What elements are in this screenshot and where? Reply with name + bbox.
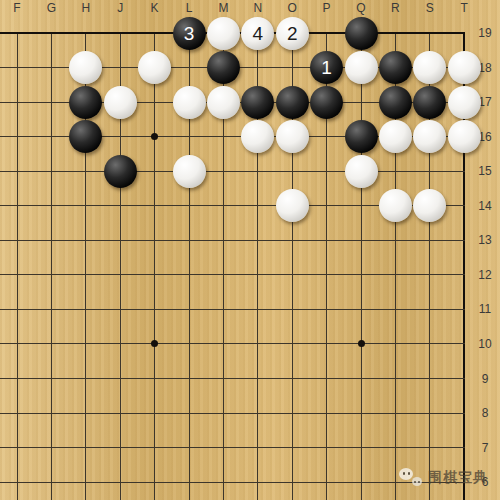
stone-black-H17[interactable]: [69, 86, 102, 119]
stone-white-O16[interactable]: [276, 120, 309, 153]
stone-black-S17[interactable]: [413, 86, 446, 119]
col-label-F: F: [8, 1, 26, 15]
col-label-G: G: [42, 1, 60, 15]
stone-white-S16[interactable]: [413, 120, 446, 153]
row-label-13: 13: [474, 233, 496, 247]
grid-line-row-15: [0, 171, 465, 172]
watermark: 围棋宝典: [399, 468, 488, 487]
stone-white-S14[interactable]: [413, 189, 446, 222]
stone-white-S18[interactable]: [413, 51, 446, 84]
stone-black-H16[interactable]: [69, 120, 102, 153]
stone-white-O19[interactable]: 2: [276, 17, 309, 50]
stone-black-J15[interactable]: [104, 155, 137, 188]
move-number-2: 2: [287, 24, 298, 43]
row-label-7: 7: [474, 441, 496, 455]
col-label-J: J: [111, 1, 129, 15]
grid-line-row-7: [0, 447, 465, 448]
grid-line-row-13: [0, 240, 465, 241]
grid-line-row-8: [0, 413, 465, 414]
row-label-14: 14: [474, 199, 496, 213]
stone-black-Q19[interactable]: [345, 17, 378, 50]
grid-line-row-10: [0, 343, 465, 344]
stone-black-R17[interactable]: [379, 86, 412, 119]
col-label-O: O: [283, 1, 301, 15]
grid-line-row-6: [0, 482, 465, 483]
wechat-icon: [399, 468, 423, 487]
stone-black-R18[interactable]: [379, 51, 412, 84]
stone-white-K18[interactable]: [138, 51, 171, 84]
col-label-R: R: [386, 1, 404, 15]
grid-line-col-Q: [361, 33, 362, 500]
grid-line-row-12: [0, 274, 465, 275]
col-label-S: S: [421, 1, 439, 15]
col-label-P: P: [318, 1, 336, 15]
grid-line-col-G: [51, 33, 52, 500]
row-label-12: 12: [474, 268, 496, 282]
row-label-15: 15: [474, 164, 496, 178]
row-label-11: 11: [474, 302, 496, 316]
stone-white-M17[interactable]: [207, 86, 240, 119]
col-label-Q: Q: [352, 1, 370, 15]
stone-black-O17[interactable]: [276, 86, 309, 119]
grid-line-row-11: [0, 309, 465, 310]
grid-line-col-F: [17, 33, 18, 500]
col-label-T: T: [455, 1, 473, 15]
col-label-N: N: [249, 1, 267, 15]
watermark-text: 围棋宝典: [428, 469, 488, 487]
stone-white-J17[interactable]: [104, 86, 137, 119]
stone-white-Q18[interactable]: [345, 51, 378, 84]
stone-white-R16[interactable]: [379, 120, 412, 153]
star-point-K10: [151, 340, 158, 347]
stone-white-T17[interactable]: [448, 86, 481, 119]
go-board[interactable]: FGHJKLMNOPQRST19181716151413121110987634…: [0, 0, 500, 500]
stone-white-R14[interactable]: [379, 189, 412, 222]
move-number-1: 1: [321, 58, 332, 77]
col-label-H: H: [77, 1, 95, 15]
move-number-3: 3: [184, 24, 195, 43]
grid-line-row-9: [0, 378, 465, 379]
stone-white-L15[interactable]: [173, 155, 206, 188]
row-label-8: 8: [474, 406, 496, 420]
stone-white-T18[interactable]: [448, 51, 481, 84]
stone-white-L17[interactable]: [173, 86, 206, 119]
col-label-K: K: [146, 1, 164, 15]
row-label-19: 19: [474, 26, 496, 40]
stone-white-Q15[interactable]: [345, 155, 378, 188]
stone-black-P17[interactable]: [310, 86, 343, 119]
grid-line-col-K: [154, 33, 155, 500]
move-number-4: 4: [253, 24, 264, 43]
stone-white-M19[interactable]: [207, 17, 240, 50]
star-point-K16: [151, 133, 158, 140]
stone-black-Q16[interactable]: [345, 120, 378, 153]
stone-white-T16[interactable]: [448, 120, 481, 153]
row-label-9: 9: [474, 372, 496, 386]
stone-white-N19[interactable]: 4: [241, 17, 274, 50]
stone-white-H18[interactable]: [69, 51, 102, 84]
stone-white-N16[interactable]: [241, 120, 274, 153]
stone-black-M18[interactable]: [207, 51, 240, 84]
star-point-Q10: [358, 340, 365, 347]
row-label-10: 10: [474, 337, 496, 351]
stone-black-N17[interactable]: [241, 86, 274, 119]
col-label-M: M: [214, 1, 232, 15]
stone-black-L19[interactable]: 3: [173, 17, 206, 50]
stone-white-O14[interactable]: [276, 189, 309, 222]
stone-black-P18[interactable]: 1: [310, 51, 343, 84]
col-label-L: L: [180, 1, 198, 15]
